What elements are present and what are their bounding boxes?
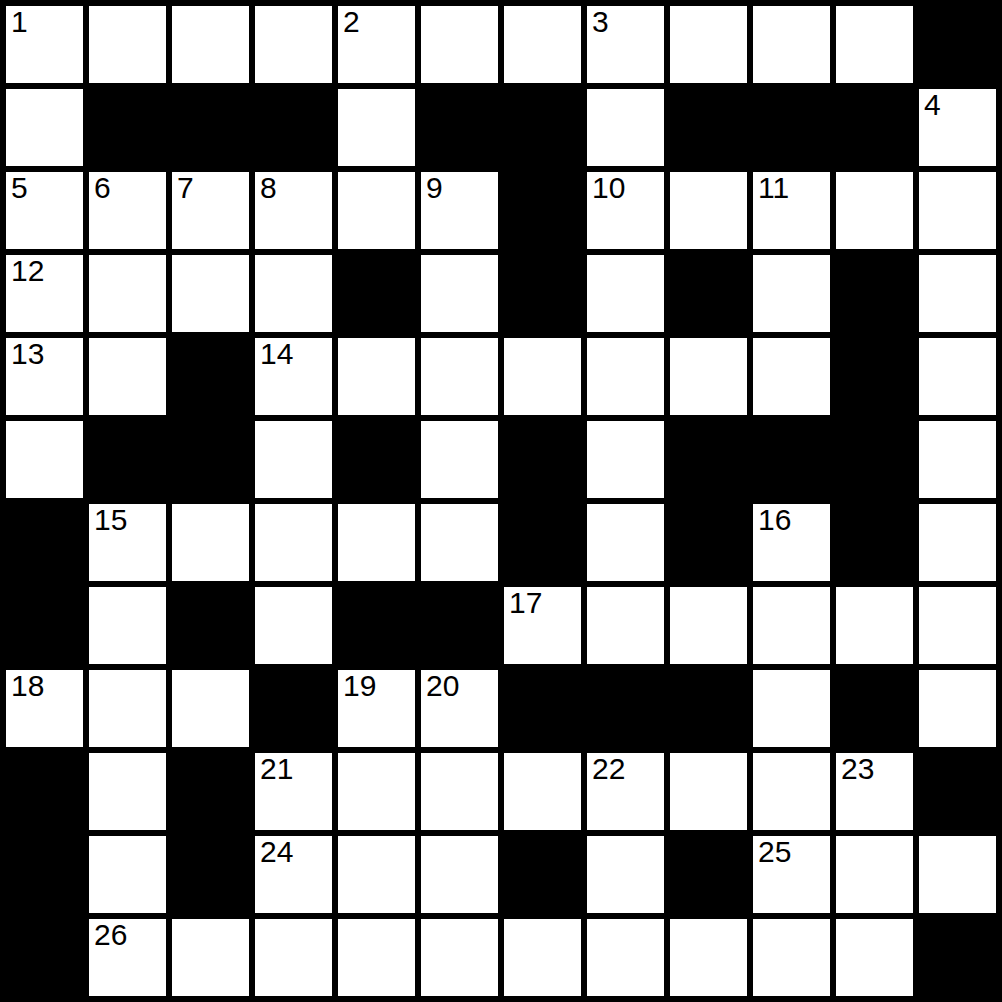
cell-r9c8[interactable] (670, 753, 747, 830)
cell-r4c2-block (172, 338, 249, 415)
cell-r7c9[interactable] (753, 587, 830, 664)
cell-r5c5[interactable] (421, 421, 498, 498)
clue-number-10: 10 (592, 172, 625, 204)
clue-number-6: 6 (94, 172, 111, 204)
cell-r1c0[interactable] (6, 89, 83, 166)
cell-r7c1[interactable] (89, 587, 166, 664)
cell-r4c5[interactable] (421, 338, 498, 415)
cell-r0c1[interactable] (89, 6, 166, 83)
clue-number-3: 3 (592, 6, 609, 38)
cell-r8c9[interactable] (753, 670, 830, 747)
clue-number-26: 26 (94, 919, 127, 951)
cell-r1c1-block (89, 89, 166, 166)
cell-r6c6-block (504, 504, 581, 581)
clue-number-7: 7 (177, 172, 194, 204)
cell-r7c2-block (172, 587, 249, 664)
cell-r2c9[interactable]: 11 (753, 172, 830, 249)
cell-r11c7[interactable] (587, 919, 664, 996)
cell-r8c3-block (255, 670, 332, 747)
clue-number-19: 19 (343, 670, 376, 702)
cell-r7c4-block (338, 587, 415, 664)
clue-number-13: 13 (11, 338, 44, 370)
clue-number-14: 14 (260, 338, 293, 370)
cell-r6c10-block (836, 504, 913, 581)
cell-r2c8[interactable] (670, 172, 747, 249)
cell-r6c0-block (6, 504, 83, 581)
cell-r3c3[interactable] (255, 255, 332, 332)
cell-r2c11[interactable] (919, 172, 996, 249)
cell-r11c4[interactable] (338, 919, 415, 996)
cell-r3c1[interactable] (89, 255, 166, 332)
cell-r8c2[interactable] (172, 670, 249, 747)
cell-r8c0[interactable]: 18 (6, 670, 83, 747)
cell-r1c4[interactable] (338, 89, 415, 166)
cell-r9c9[interactable] (753, 753, 830, 830)
cell-r4c11[interactable] (919, 338, 996, 415)
clue-number-21: 21 (260, 753, 293, 785)
cell-r4c3[interactable]: 14 (255, 338, 332, 415)
cell-r10c1[interactable] (89, 836, 166, 913)
cell-r10c10[interactable] (836, 836, 913, 913)
cell-r7c10[interactable] (836, 587, 913, 664)
crossword-grid: 1234567891011121314151617181920212223242… (0, 0, 1002, 1002)
cell-r6c9[interactable]: 16 (753, 504, 830, 581)
clue-number-2: 2 (343, 6, 360, 38)
cell-r7c6[interactable]: 17 (504, 587, 581, 664)
cell-r10c8-block (670, 836, 747, 913)
clue-number-24: 24 (260, 836, 293, 868)
cell-r11c1[interactable]: 26 (89, 919, 166, 996)
clue-number-22: 22 (592, 753, 625, 785)
cell-r5c3[interactable] (255, 421, 332, 498)
cell-r3c11[interactable] (919, 255, 996, 332)
cell-r4c7[interactable] (587, 338, 664, 415)
cell-r1c2-block (172, 89, 249, 166)
cell-r6c7[interactable] (587, 504, 664, 581)
cell-r6c8-block (670, 504, 747, 581)
cell-r9c11-block (919, 753, 996, 830)
cell-r9c0-block (6, 753, 83, 830)
clue-number-12: 12 (11, 255, 44, 287)
cell-r5c7[interactable] (587, 421, 664, 498)
cell-r8c1[interactable] (89, 670, 166, 747)
cell-r3c10-block (836, 255, 913, 332)
cell-r8c11[interactable] (919, 670, 996, 747)
cell-r11c3[interactable] (255, 919, 332, 996)
cell-r5c9-block (753, 421, 830, 498)
clue-number-8: 8 (260, 172, 277, 204)
cell-r9c10[interactable]: 23 (836, 753, 913, 830)
cell-r4c1[interactable] (89, 338, 166, 415)
cell-r10c3[interactable]: 24 (255, 836, 332, 913)
cell-r0c6[interactable] (504, 6, 581, 83)
cell-r7c7[interactable] (587, 587, 664, 664)
cell-r7c3[interactable] (255, 587, 332, 664)
cell-r10c9[interactable]: 25 (753, 836, 830, 913)
cell-r7c0-block (6, 587, 83, 664)
clue-number-11: 11 (758, 172, 789, 204)
clue-number-16: 16 (758, 504, 791, 536)
cell-r1c10-block (836, 89, 913, 166)
cell-r1c8-block (670, 89, 747, 166)
clue-number-25: 25 (758, 836, 791, 868)
clue-number-4: 4 (924, 89, 941, 121)
cell-r5c4-block (338, 421, 415, 498)
cell-r10c2-block (172, 836, 249, 913)
cell-r6c1[interactable]: 15 (89, 504, 166, 581)
cell-r10c5[interactable] (421, 836, 498, 913)
cell-r9c4[interactable] (338, 753, 415, 830)
cell-r0c0[interactable]: 1 (6, 6, 83, 83)
cell-r5c6-block (504, 421, 581, 498)
cell-r5c1-block (89, 421, 166, 498)
cell-r10c11[interactable] (919, 836, 996, 913)
cell-r1c11[interactable]: 4 (919, 89, 996, 166)
cell-r11c0-block (6, 919, 83, 996)
cell-r11c8[interactable] (670, 919, 747, 996)
cell-r4c6[interactable] (504, 338, 581, 415)
cell-r0c2[interactable] (172, 6, 249, 83)
cell-r0c4[interactable]: 2 (338, 6, 415, 83)
cell-r3c0[interactable]: 12 (6, 255, 83, 332)
clue-number-5: 5 (11, 172, 28, 204)
cell-r8c8-block (670, 670, 747, 747)
cell-r6c2[interactable] (172, 504, 249, 581)
cell-r11c11-block (919, 919, 996, 996)
cell-r11c6[interactable] (504, 919, 581, 996)
cell-r6c5[interactable] (421, 504, 498, 581)
cell-r2c0[interactable]: 5 (6, 172, 83, 249)
cell-r5c2-block (172, 421, 249, 498)
cell-r10c0-block (6, 836, 83, 913)
cell-r0c5[interactable] (421, 6, 498, 83)
cell-r2c5[interactable]: 9 (421, 172, 498, 249)
cell-r11c5[interactable] (421, 919, 498, 996)
clue-number-9: 9 (426, 172, 443, 204)
cell-r4c0[interactable]: 13 (6, 338, 83, 415)
cell-r5c0[interactable] (6, 421, 83, 498)
cell-r0c8[interactable] (670, 6, 747, 83)
cell-r2c4[interactable] (338, 172, 415, 249)
cell-r10c7[interactable] (587, 836, 664, 913)
cell-r4c4[interactable] (338, 338, 415, 415)
cell-r0c9[interactable] (753, 6, 830, 83)
cell-r5c8-block (670, 421, 747, 498)
cell-r3c4-block (338, 255, 415, 332)
cell-r3c5[interactable] (421, 255, 498, 332)
cell-r2c10[interactable] (836, 172, 913, 249)
cell-r6c4[interactable] (338, 504, 415, 581)
cell-r2c2[interactable]: 7 (172, 172, 249, 249)
cell-r6c11[interactable] (919, 504, 996, 581)
clue-number-20: 20 (426, 670, 459, 702)
cell-r11c2[interactable] (172, 919, 249, 996)
cell-r2c3[interactable]: 8 (255, 172, 332, 249)
cell-r9c2-block (172, 753, 249, 830)
cell-r5c11[interactable] (919, 421, 996, 498)
cell-r9c7[interactable]: 22 (587, 753, 664, 830)
cell-r7c8[interactable] (670, 587, 747, 664)
cell-r0c10[interactable] (836, 6, 913, 83)
cell-r4c8[interactable] (670, 338, 747, 415)
cell-r2c7[interactable]: 10 (587, 172, 664, 249)
cell-r5c10-block (836, 421, 913, 498)
cell-r6c3[interactable] (255, 504, 332, 581)
cell-r2c6-block (504, 172, 581, 249)
cell-r4c10-block (836, 338, 913, 415)
cell-r8c5[interactable]: 20 (421, 670, 498, 747)
cell-r1c6-block (504, 89, 581, 166)
cell-r8c4[interactable]: 19 (338, 670, 415, 747)
cell-r3c7[interactable] (587, 255, 664, 332)
cell-r1c5-block (421, 89, 498, 166)
clue-number-17: 17 (509, 587, 542, 619)
cell-r11c9[interactable] (753, 919, 830, 996)
cell-r7c5-block (421, 587, 498, 664)
clue-number-23: 23 (841, 753, 874, 785)
cell-r0c3[interactable] (255, 6, 332, 83)
cell-r0c11-block (919, 6, 996, 83)
cell-r8c6-block (504, 670, 581, 747)
cell-r1c7[interactable] (587, 89, 664, 166)
cell-r1c9-block (753, 89, 830, 166)
cell-r9c3[interactable]: 21 (255, 753, 332, 830)
cell-r9c1[interactable] (89, 753, 166, 830)
clue-number-15: 15 (94, 504, 127, 536)
cell-r10c6-block (504, 836, 581, 913)
cell-r8c10-block (836, 670, 913, 747)
cell-r11c10[interactable] (836, 919, 913, 996)
cell-r3c9[interactable] (753, 255, 830, 332)
cell-r3c2[interactable] (172, 255, 249, 332)
cell-r9c5[interactable] (421, 753, 498, 830)
clue-number-18: 18 (11, 670, 44, 702)
cell-r2c1[interactable]: 6 (89, 172, 166, 249)
cell-r7c11[interactable] (919, 587, 996, 664)
cell-r3c8-block (670, 255, 747, 332)
cell-r3c6-block (504, 255, 581, 332)
cell-r4c9[interactable] (753, 338, 830, 415)
cell-r10c4[interactable] (338, 836, 415, 913)
cell-r8c7-block (587, 670, 664, 747)
clue-number-1: 1 (11, 6, 28, 38)
cell-r9c6[interactable] (504, 753, 581, 830)
cell-r1c3-block (255, 89, 332, 166)
cell-r0c7[interactable]: 3 (587, 6, 664, 83)
